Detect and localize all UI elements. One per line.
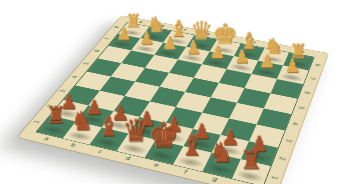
square-h7[interactable]: ♟ <box>277 66 308 85</box>
square-f5[interactable] <box>211 83 245 103</box>
square-d4[interactable] <box>150 87 185 107</box>
black-pawn[interactable]: ♟ <box>266 57 319 75</box>
chess-board: abcdefgh8♜♞♝♛♚♝♞♜87♟♟♟♟♟♟♟♟7665544332♟♟♟… <box>17 16 328 184</box>
white-rook[interactable]: ♜ <box>219 148 282 173</box>
chess-set-photo: abcdefgh8♜♞♝♛♚♝♞♜87♟♟♟♟♟♟♟♟7665544332♟♟♟… <box>0 0 350 184</box>
